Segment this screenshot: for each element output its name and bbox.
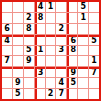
cell-r4c6[interactable]	[56, 35, 66, 45]
cell-r2c2[interactable]	[13, 13, 23, 23]
cell-r6c9: 1	[89, 56, 99, 66]
cell-r9c3[interactable]	[24, 89, 34, 99]
cell-r4c3[interactable]	[24, 35, 34, 45]
cell-r5c5[interactable]	[46, 46, 56, 56]
cell-r7c8[interactable]	[78, 67, 88, 77]
cell-r1c8: 5	[78, 2, 88, 12]
cell-r4c7: 6	[67, 35, 77, 45]
cell-r2c8: 1	[78, 13, 88, 23]
cell-r3c4[interactable]	[35, 24, 45, 34]
cell-r6c2[interactable]	[13, 56, 23, 66]
cell-r8c9[interactable]	[89, 78, 99, 88]
cell-r2c9[interactable]	[89, 13, 99, 23]
cell-r9c1[interactable]	[2, 89, 12, 99]
cell-r8c3[interactable]	[24, 78, 34, 88]
cell-r9c2: 5	[13, 89, 23, 99]
cell-r4c1: 4	[2, 35, 12, 45]
cell-r7c1[interactable]	[2, 67, 12, 77]
cell-r4c4[interactable]	[35, 35, 45, 45]
cell-r4c5[interactable]	[46, 35, 56, 45]
cell-r6c4[interactable]	[35, 56, 45, 66]
cell-r1c6[interactable]	[56, 2, 66, 12]
sudoku-board: 4152816824655138791397945527	[0, 0, 101, 101]
cell-r5c9[interactable]	[89, 46, 99, 56]
cell-r6c6[interactable]	[56, 56, 66, 66]
cell-r4c9: 5	[89, 35, 99, 45]
cell-r4c8[interactable]	[78, 35, 88, 45]
cell-r1c5: 1	[46, 2, 56, 12]
cell-r5c4: 1	[35, 46, 45, 56]
cell-r6c3: 9	[24, 56, 34, 66]
cell-r9c4[interactable]	[35, 89, 45, 99]
cell-r8c2: 9	[13, 78, 23, 88]
cell-r6c7[interactable]	[67, 56, 77, 66]
cell-r7c4: 3	[35, 67, 45, 77]
cell-r3c5[interactable]	[46, 24, 56, 34]
cell-r3c1: 6	[2, 24, 12, 34]
cell-r6c8[interactable]	[78, 56, 88, 66]
cell-r1c1[interactable]	[2, 2, 12, 12]
cell-r5c3: 5	[24, 46, 34, 56]
cell-r5c7: 8	[67, 46, 77, 56]
cell-r9c8[interactable]	[78, 89, 88, 99]
cell-r7c7: 9	[67, 67, 77, 77]
cell-r7c2[interactable]	[13, 67, 23, 77]
cell-r2c6[interactable]	[56, 13, 66, 23]
cell-r9c6: 7	[56, 89, 66, 99]
cell-r3c2[interactable]	[13, 24, 23, 34]
cell-r5c2[interactable]	[13, 46, 23, 56]
cell-r6c5[interactable]	[46, 56, 56, 66]
cell-r3c3: 8	[24, 24, 34, 34]
cell-r8c7: 5	[67, 78, 77, 88]
cell-r8c6: 4	[56, 78, 66, 88]
cell-r9c9[interactable]	[89, 89, 99, 99]
cell-r7c5[interactable]	[46, 67, 56, 77]
cell-r5c1[interactable]	[2, 46, 12, 56]
cell-r1c2[interactable]	[13, 2, 23, 12]
cell-r1c7[interactable]	[67, 2, 77, 12]
cell-r2c7[interactable]	[67, 13, 77, 23]
cell-r6c1: 7	[2, 56, 12, 66]
cell-r7c9: 7	[89, 67, 99, 77]
cell-r1c4: 4	[35, 2, 45, 12]
cell-r8c8[interactable]	[78, 78, 88, 88]
cell-r3c6: 2	[56, 24, 66, 34]
cell-r8c5[interactable]	[46, 78, 56, 88]
cell-r2c3: 2	[24, 13, 34, 23]
cell-r7c6[interactable]	[56, 67, 66, 77]
cell-r3c7[interactable]	[67, 24, 77, 34]
cell-r2c5[interactable]	[46, 13, 56, 23]
cell-r2c4: 8	[35, 13, 45, 23]
cell-r1c3[interactable]	[24, 2, 34, 12]
cell-r9c5: 2	[46, 89, 56, 99]
cell-r5c8[interactable]	[78, 46, 88, 56]
cell-r2c1[interactable]	[2, 13, 12, 23]
cell-r3c8[interactable]	[78, 24, 88, 34]
cell-r8c1[interactable]	[2, 78, 12, 88]
cell-r5c6: 3	[56, 46, 66, 56]
cell-r7c3[interactable]	[24, 67, 34, 77]
cell-r8c4[interactable]	[35, 78, 45, 88]
cell-r4c2[interactable]	[13, 35, 23, 45]
cell-r3c9[interactable]	[89, 24, 99, 34]
cell-r1c9[interactable]	[89, 2, 99, 12]
cell-r9c7[interactable]	[67, 89, 77, 99]
